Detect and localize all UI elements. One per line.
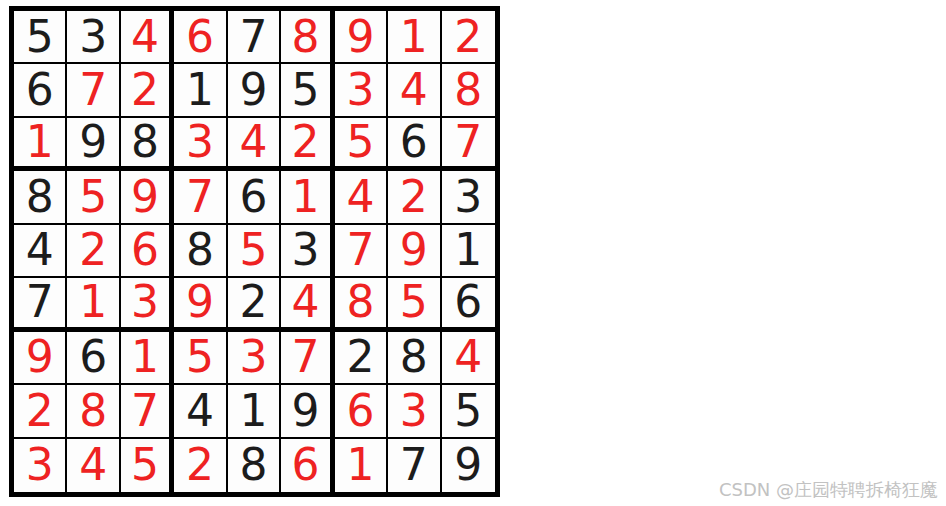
cell-r4c4: 7 — [174, 171, 227, 224]
cell-r9c7: 1 — [335, 439, 388, 492]
cell-r3c5: 4 — [228, 118, 281, 171]
cell-r5c4: 8 — [174, 225, 227, 278]
cell-r9c6: 6 — [281, 439, 334, 492]
cell-r6c2: 1 — [67, 278, 120, 331]
cell-r8c2: 8 — [67, 385, 120, 438]
cell-r3c7: 5 — [335, 118, 388, 171]
watermark: CSDN @庄园特聘拆椅狂魔 — [719, 478, 938, 502]
cell-r6c1: 7 — [14, 278, 67, 331]
cell-r8c8: 3 — [388, 385, 441, 438]
cell-r3c4: 3 — [174, 118, 227, 171]
cell-r8c5: 1 — [228, 385, 281, 438]
cell-r8c1: 2 — [14, 385, 67, 438]
cell-r4c9: 3 — [442, 171, 495, 224]
cell-r7c4: 5 — [174, 332, 227, 385]
cell-r5c9: 1 — [442, 225, 495, 278]
cell-r9c8: 7 — [388, 439, 441, 492]
cell-r9c3: 5 — [121, 439, 174, 492]
cell-r4c3: 9 — [121, 171, 174, 224]
cell-r5c6: 3 — [281, 225, 334, 278]
page: { "game": "sudoku", "position": { "solut… — [0, 0, 946, 506]
cell-r2c9: 8 — [442, 64, 495, 117]
sudoku-board: 5346789126721953481983425678597614234268… — [9, 6, 500, 497]
cell-r2c8: 4 — [388, 64, 441, 117]
cell-r9c9: 9 — [442, 439, 495, 492]
cell-r4c2: 5 — [67, 171, 120, 224]
cell-r1c6: 8 — [281, 11, 334, 64]
cell-r5c2: 2 — [67, 225, 120, 278]
cell-r1c3: 4 — [121, 11, 174, 64]
cell-r2c2: 7 — [67, 64, 120, 117]
cell-r2c4: 1 — [174, 64, 227, 117]
cell-r2c7: 3 — [335, 64, 388, 117]
cell-r5c7: 7 — [335, 225, 388, 278]
cell-r7c8: 8 — [388, 332, 441, 385]
cell-r3c3: 8 — [121, 118, 174, 171]
cell-r2c3: 2 — [121, 64, 174, 117]
cell-r7c5: 3 — [228, 332, 281, 385]
cell-r5c3: 6 — [121, 225, 174, 278]
cell-r1c2: 3 — [67, 11, 120, 64]
cell-r4c1: 8 — [14, 171, 67, 224]
cell-r6c4: 9 — [174, 278, 227, 331]
cell-r7c7: 2 — [335, 332, 388, 385]
cell-r2c1: 6 — [14, 64, 67, 117]
cell-r1c4: 6 — [174, 11, 227, 64]
cell-r1c7: 9 — [335, 11, 388, 64]
cell-r3c8: 6 — [388, 118, 441, 171]
cell-r8c6: 9 — [281, 385, 334, 438]
cell-r1c5: 7 — [228, 11, 281, 64]
cell-r4c6: 1 — [281, 171, 334, 224]
cell-r9c4: 2 — [174, 439, 227, 492]
cell-r2c6: 5 — [281, 64, 334, 117]
cell-r3c2: 9 — [67, 118, 120, 171]
cell-r7c2: 6 — [67, 332, 120, 385]
cell-r9c1: 3 — [14, 439, 67, 492]
cell-r2c5: 9 — [228, 64, 281, 117]
cell-r6c3: 3 — [121, 278, 174, 331]
cell-r6c7: 8 — [335, 278, 388, 331]
cell-r9c2: 4 — [67, 439, 120, 492]
cell-r5c5: 5 — [228, 225, 281, 278]
cell-r5c1: 4 — [14, 225, 67, 278]
cell-r5c8: 9 — [388, 225, 441, 278]
cell-r8c3: 7 — [121, 385, 174, 438]
cell-r3c1: 1 — [14, 118, 67, 171]
cell-r3c6: 2 — [281, 118, 334, 171]
cell-r8c4: 4 — [174, 385, 227, 438]
cell-r6c8: 5 — [388, 278, 441, 331]
cell-r9c5: 8 — [228, 439, 281, 492]
cell-r4c8: 2 — [388, 171, 441, 224]
cell-r6c5: 2 — [228, 278, 281, 331]
cell-r1c8: 1 — [388, 11, 441, 64]
cell-r3c9: 7 — [442, 118, 495, 171]
cell-r4c7: 4 — [335, 171, 388, 224]
cell-r7c6: 7 — [281, 332, 334, 385]
cell-r7c9: 4 — [442, 332, 495, 385]
cell-r7c1: 9 — [14, 332, 67, 385]
cell-r6c9: 6 — [442, 278, 495, 331]
cell-r1c9: 2 — [442, 11, 495, 64]
cell-r6c6: 4 — [281, 278, 334, 331]
cell-r8c7: 6 — [335, 385, 388, 438]
cell-r4c5: 6 — [228, 171, 281, 224]
cell-r1c1: 5 — [14, 11, 67, 64]
cell-r8c9: 5 — [442, 385, 495, 438]
cell-r7c3: 1 — [121, 332, 174, 385]
